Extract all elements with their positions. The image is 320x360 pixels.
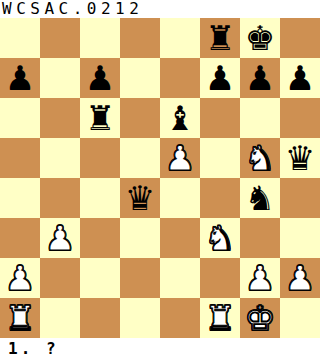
square-g6[interactable] — [240, 98, 280, 138]
diagram-title: WCSAC.0212 — [2, 0, 143, 17]
square-c7[interactable]: ♟ — [80, 58, 120, 98]
square-c6[interactable]: ♜ — [80, 98, 120, 138]
white-king-g1[interactable]: ♚ — [245, 298, 275, 338]
square-f4[interactable] — [200, 178, 240, 218]
square-d7[interactable] — [120, 58, 160, 98]
black-pawn-c7[interactable]: ♟ — [85, 58, 115, 98]
square-b1[interactable] — [40, 298, 80, 338]
square-h3[interactable] — [280, 218, 320, 258]
black-rook-c6[interactable]: ♜ — [85, 98, 115, 138]
square-b7[interactable] — [40, 58, 80, 98]
black-pawn-a7[interactable]: ♟ — [5, 58, 35, 98]
square-c8[interactable] — [80, 18, 120, 58]
chess-puzzle-page: WCSAC.0212 ♜♚♟♟♟♟♟♜♝♟♞♛♛♞♟♞♟♟♟♜♜♚ 1. ? — [0, 0, 320, 360]
square-c1[interactable] — [80, 298, 120, 338]
square-c2[interactable] — [80, 258, 120, 298]
square-g2[interactable]: ♟ — [240, 258, 280, 298]
square-a8[interactable] — [0, 18, 40, 58]
square-a1[interactable]: ♜ — [0, 298, 40, 338]
square-e2[interactable] — [160, 258, 200, 298]
square-b3[interactable]: ♟ — [40, 218, 80, 258]
square-d4[interactable]: ♛ — [120, 178, 160, 218]
square-f6[interactable] — [200, 98, 240, 138]
square-d5[interactable] — [120, 138, 160, 178]
square-a3[interactable] — [0, 218, 40, 258]
square-e6[interactable]: ♝ — [160, 98, 200, 138]
white-pawn-b3[interactable]: ♟ — [45, 218, 75, 258]
white-pawn-h2[interactable]: ♟ — [285, 258, 315, 298]
square-b4[interactable] — [40, 178, 80, 218]
white-knight-g5[interactable]: ♞ — [245, 138, 275, 178]
square-h8[interactable] — [280, 18, 320, 58]
square-f2[interactable] — [200, 258, 240, 298]
square-e3[interactable] — [160, 218, 200, 258]
square-g3[interactable] — [240, 218, 280, 258]
square-d6[interactable] — [120, 98, 160, 138]
move-prompt: 1. ? — [8, 340, 59, 358]
black-bishop-e6[interactable]: ♝ — [165, 98, 195, 138]
square-c5[interactable] — [80, 138, 120, 178]
square-d8[interactable] — [120, 18, 160, 58]
white-pawn-g2[interactable]: ♟ — [245, 258, 275, 298]
square-e4[interactable] — [160, 178, 200, 218]
square-a6[interactable] — [0, 98, 40, 138]
white-knight-f3[interactable]: ♞ — [205, 218, 235, 258]
square-g7[interactable]: ♟ — [240, 58, 280, 98]
black-knight-g4[interactable]: ♞ — [245, 178, 275, 218]
white-rook-a1[interactable]: ♜ — [5, 298, 35, 338]
black-queen-h5[interactable]: ♛ — [285, 138, 315, 178]
square-a5[interactable] — [0, 138, 40, 178]
square-f1[interactable]: ♜ — [200, 298, 240, 338]
square-c4[interactable] — [80, 178, 120, 218]
black-queen-d4[interactable]: ♛ — [125, 178, 155, 218]
black-pawn-f7[interactable]: ♟ — [205, 58, 235, 98]
square-b6[interactable] — [40, 98, 80, 138]
square-d3[interactable] — [120, 218, 160, 258]
square-h6[interactable] — [280, 98, 320, 138]
square-e5[interactable]: ♟ — [160, 138, 200, 178]
square-a4[interactable] — [0, 178, 40, 218]
square-d2[interactable] — [120, 258, 160, 298]
square-g4[interactable]: ♞ — [240, 178, 280, 218]
square-c3[interactable] — [80, 218, 120, 258]
square-h7[interactable]: ♟ — [280, 58, 320, 98]
square-h2[interactable]: ♟ — [280, 258, 320, 298]
square-f8[interactable]: ♜ — [200, 18, 240, 58]
white-rook-f1[interactable]: ♜ — [205, 298, 235, 338]
square-a7[interactable]: ♟ — [0, 58, 40, 98]
square-f3[interactable]: ♞ — [200, 218, 240, 258]
square-e7[interactable] — [160, 58, 200, 98]
white-pawn-a2[interactable]: ♟ — [5, 258, 35, 298]
square-f5[interactable] — [200, 138, 240, 178]
square-d1[interactable] — [120, 298, 160, 338]
square-f7[interactable]: ♟ — [200, 58, 240, 98]
square-e1[interactable] — [160, 298, 200, 338]
square-g8[interactable]: ♚ — [240, 18, 280, 58]
black-rook-f8[interactable]: ♜ — [205, 18, 235, 58]
black-king-g8[interactable]: ♚ — [245, 18, 275, 58]
black-pawn-g7[interactable]: ♟ — [245, 58, 275, 98]
square-g1[interactable]: ♚ — [240, 298, 280, 338]
chess-board: ♜♚♟♟♟♟♟♜♝♟♞♛♛♞♟♞♟♟♟♜♜♚ — [0, 18, 320, 338]
square-b5[interactable] — [40, 138, 80, 178]
black-pawn-h7[interactable]: ♟ — [285, 58, 315, 98]
square-h1[interactable] — [280, 298, 320, 338]
square-h4[interactable] — [280, 178, 320, 218]
square-e8[interactable] — [160, 18, 200, 58]
square-a2[interactable]: ♟ — [0, 258, 40, 298]
square-h5[interactable]: ♛ — [280, 138, 320, 178]
square-g5[interactable]: ♞ — [240, 138, 280, 178]
white-pawn-e5[interactable]: ♟ — [165, 138, 195, 178]
square-b8[interactable] — [40, 18, 80, 58]
square-b2[interactable] — [40, 258, 80, 298]
